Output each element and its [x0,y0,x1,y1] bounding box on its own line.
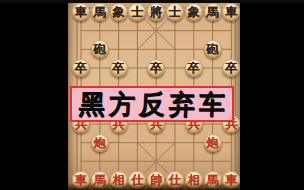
piece-character: 相 [113,171,125,189]
piece-character: 仕 [169,171,181,189]
caption-text: 黑方反弃车 [78,89,230,119]
piece-character: 車 [225,171,237,189]
piece-red-elephant[interactable]: 相 [110,171,128,189]
piece-black-soldier[interactable]: 卒 [72,59,90,77]
piece-red-horse[interactable]: 馬 [204,171,222,189]
piece-character: 車 [225,3,237,21]
piece-character: 將 [150,3,162,21]
piece-character: 車 [75,171,87,189]
letterbox-top-bar [0,0,304,3]
piece-red-cannon[interactable]: 炮 [91,134,109,152]
piece-character: 帥 [150,171,162,189]
piece-character: 卒 [188,59,200,77]
piece-character: 卒 [150,59,162,77]
caption-banner: 黑方反弃车 [70,86,234,122]
piece-character: 士 [169,3,181,21]
piece-character: 炮 [94,133,106,151]
piece-character: 仕 [131,171,143,189]
piece-character: 砲 [94,40,106,58]
piece-character: 砲 [207,40,219,58]
piece-character: 象 [113,3,125,21]
piece-character: 馬 [94,171,106,189]
piece-character: 馬 [207,171,219,189]
piece-black-soldier[interactable]: 卒 [110,59,128,77]
piece-character: 卒 [75,59,87,77]
piece-character: 相 [188,171,200,189]
piece-black-horse[interactable]: 馬 [91,3,109,21]
piece-black-elephant[interactable]: 象 [110,3,128,21]
piece-black-soldier[interactable]: 卒 [185,59,203,77]
piece-red-chariot[interactable]: 車 [72,171,90,189]
piece-black-elephant[interactable]: 象 [185,3,203,21]
piece-red-horse[interactable]: 馬 [91,171,109,189]
xiangqi-board: 黑方反弃车 車馬象士將士象馬車砲砲卒卒卒卒卒兵兵兵兵兵炮炮車馬相仕帥仕相馬車 [68,0,240,190]
piece-black-chariot[interactable]: 車 [72,3,90,21]
piece-character: 車 [75,3,87,21]
piece-character: 象 [188,3,200,21]
piece-black-advisor[interactable]: 士 [166,3,184,21]
piece-character: 馬 [94,3,106,21]
piece-character: 卒 [113,59,125,77]
piece-red-advisor[interactable]: 仕 [166,171,184,189]
piece-red-cannon[interactable]: 炮 [204,134,222,152]
piece-black-cannon[interactable]: 砲 [204,40,222,58]
piece-black-horse[interactable]: 馬 [204,3,222,21]
piece-character: 馬 [207,3,219,21]
video-frame: 黑方反弃车 車馬象士將士象馬車砲砲卒卒卒卒卒兵兵兵兵兵炮炮車馬相仕帥仕相馬車 [0,0,304,190]
piece-red-elephant[interactable]: 相 [185,171,203,189]
piece-character: 卒 [225,59,237,77]
piece-character: 士 [131,3,143,21]
piece-character: 炮 [207,133,219,151]
